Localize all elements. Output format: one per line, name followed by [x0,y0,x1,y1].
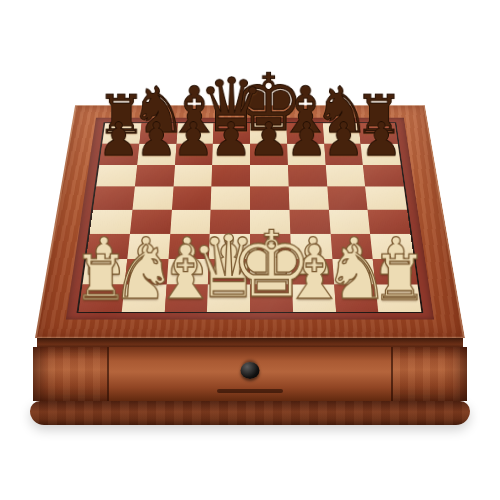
square-f5[interactable] [288,187,328,210]
base-molding [30,401,470,425]
piece-black-pawn-b7[interactable]: ♟ [135,118,177,162]
piece-black-pawn-d7[interactable]: ♟ [210,118,252,162]
drawer-seam [217,389,283,393]
square-f6[interactable] [288,165,327,187]
square-g7[interactable]: ♟ [324,144,363,165]
square-g1[interactable]: ♞ [334,285,379,312]
square-d5[interactable] [211,187,250,210]
square-d6[interactable] [212,165,250,187]
square-b7[interactable]: ♟ [137,144,176,165]
square-c7[interactable]: ♟ [175,144,213,165]
square-b6[interactable] [135,165,175,187]
board-perspective-wrapper: ♜♞♝♛♚♝♞♜♟♟♟♟♟♟♟♟♟♟♟♟♟♟♟♟♜♞♝♛♚♝♞♜ [35,0,465,338]
square-h5[interactable] [365,187,407,210]
square-h6[interactable] [363,165,404,187]
square-g5[interactable] [327,187,368,210]
piece-black-pawn-f7[interactable]: ♟ [286,118,328,162]
square-h7[interactable]: ♟ [361,144,401,165]
square-c6[interactable] [173,165,212,187]
chess-set-photo: ♜♞♝♛♚♝♞♜♟♟♟♟♟♟♟♟♟♟♟♟♟♟♟♟♜♞♝♛♚♝♞♜ [0,0,500,500]
square-b5[interactable] [132,187,173,210]
board-grid: ♜♞♝♛♚♝♞♜♟♟♟♟♟♟♟♟♟♟♟♟♟♟♟♟♜♞♝♛♚♝♞♜ [79,123,422,312]
chess-board: ♜♞♝♛♚♝♞♜♟♟♟♟♟♟♟♟♟♟♟♟♟♟♟♟♜♞♝♛♚♝♞♜ [35,105,465,338]
square-e1[interactable]: ♚ [250,285,293,312]
square-e7[interactable]: ♟ [250,144,288,165]
piece-black-pawn-e7[interactable]: ♟ [248,118,290,162]
piece-white-king-e1[interactable]: ♚ [230,221,312,308]
piece-black-pawn-h7[interactable]: ♟ [361,118,403,162]
piece-white-knight-g1[interactable]: ♞ [324,238,391,308]
piece-black-pawn-c7[interactable]: ♟ [173,118,215,162]
square-a5[interactable] [93,187,135,210]
storage-box-front [30,338,470,430]
square-f7[interactable]: ♟ [287,144,325,165]
box-front-band [33,347,467,401]
square-e6[interactable] [250,165,288,187]
square-g6[interactable] [325,165,365,187]
square-e5[interactable] [250,187,289,210]
square-a6[interactable] [96,165,137,187]
drawer-knob[interactable] [241,362,260,379]
storage-drawer[interactable] [107,347,393,401]
piece-white-bishop-c1[interactable]: ♝ [153,238,220,308]
box-top-lip [37,338,463,347]
square-c1[interactable]: ♝ [164,285,208,312]
piece-black-pawn-g7[interactable]: ♟ [323,118,365,162]
piece-black-pawn-a7[interactable]: ♟ [98,118,140,162]
square-c5[interactable] [172,187,212,210]
square-d7[interactable]: ♟ [212,144,250,165]
square-a7[interactable]: ♟ [99,144,139,165]
